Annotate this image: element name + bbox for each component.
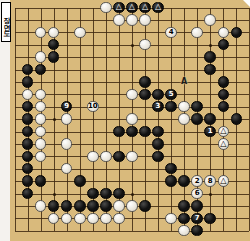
stone-black xyxy=(22,138,34,150)
stone-white xyxy=(113,200,125,212)
stone-black xyxy=(100,200,112,212)
stone-black xyxy=(139,76,151,88)
diagram-label: 장면도 xyxy=(3,12,10,33)
star-point xyxy=(209,44,212,47)
star-point xyxy=(53,193,56,196)
stone-black xyxy=(22,76,34,88)
stone-black xyxy=(218,76,230,88)
stone-black xyxy=(165,175,177,187)
grid-vline xyxy=(171,8,172,231)
stone-white xyxy=(126,200,138,212)
stone-white xyxy=(191,27,203,39)
stone-white xyxy=(100,213,112,225)
stone-white-marked: △ xyxy=(218,138,230,150)
stone-black xyxy=(152,138,164,150)
stone-white xyxy=(178,113,190,125)
stone-black xyxy=(152,151,164,163)
stone-black xyxy=(218,89,230,101)
star-point xyxy=(131,193,134,196)
triangle-mark: △ xyxy=(142,3,148,11)
stone-black xyxy=(113,188,125,200)
stone-black-marked: △ xyxy=(126,2,138,14)
stone-white xyxy=(87,213,99,225)
move-5-stone: 5 xyxy=(165,89,177,101)
triangle-mark: △ xyxy=(129,3,135,11)
stone-black xyxy=(152,89,164,101)
stone-white xyxy=(139,14,151,26)
grid-hline xyxy=(15,144,250,145)
grid-hline xyxy=(15,231,250,232)
stone-white xyxy=(126,14,138,26)
stone-black-marked: △ xyxy=(152,2,164,14)
move-8-stone: 8 xyxy=(204,175,216,187)
stone-white xyxy=(113,213,125,225)
star-point xyxy=(131,44,134,47)
stone-white xyxy=(35,200,47,212)
stone-black xyxy=(139,200,151,212)
stone-black xyxy=(139,126,151,138)
diagram-label-box: 장면도 xyxy=(1,2,11,42)
stone-black xyxy=(74,200,86,212)
grid-vline xyxy=(158,8,159,231)
triangle-mark: △ xyxy=(116,3,122,11)
stone-black xyxy=(113,151,125,163)
stone-black xyxy=(204,213,216,225)
star-point xyxy=(209,193,212,196)
stone-black xyxy=(178,213,190,225)
stone-black xyxy=(100,188,112,200)
stone-black xyxy=(126,126,138,138)
stone-black xyxy=(61,200,73,212)
stone-white xyxy=(100,2,112,14)
stone-white xyxy=(126,89,138,101)
stone-white-marked: △ xyxy=(218,175,230,187)
stone-black xyxy=(87,188,99,200)
grid-hline xyxy=(15,169,250,170)
stone-black xyxy=(74,175,86,187)
stone-black xyxy=(22,175,34,187)
stone-white xyxy=(204,14,216,26)
stone-black-marked: △ xyxy=(139,2,151,14)
stone-white xyxy=(100,151,112,163)
stone-black xyxy=(178,200,190,212)
stone-white xyxy=(113,14,125,26)
stone-white xyxy=(165,213,177,225)
stone-black xyxy=(22,113,34,125)
stone-black xyxy=(113,126,125,138)
stone-black xyxy=(139,89,151,101)
stone-black xyxy=(231,27,243,39)
stone-black xyxy=(87,200,99,212)
stone-white xyxy=(61,138,73,150)
move-7-stone: 7 xyxy=(191,213,203,225)
move-10-stone: 10 xyxy=(87,101,99,113)
star-point xyxy=(53,118,56,121)
go-diagram: 장면도 △△△△4591031△△28△67A xyxy=(0,0,250,241)
move-4-stone: 4 xyxy=(165,27,177,39)
point-label-A: A xyxy=(180,77,188,87)
move-2-stone: 2 xyxy=(191,175,203,187)
stone-black xyxy=(204,113,216,125)
triangle-mark: △ xyxy=(220,139,226,147)
stone-black xyxy=(191,113,203,125)
stone-white xyxy=(74,213,86,225)
move-6-stone: 6 xyxy=(191,188,203,200)
triangle-mark: △ xyxy=(220,177,226,185)
grid-vline xyxy=(249,8,250,231)
triangle-mark: △ xyxy=(155,3,161,11)
stone-black xyxy=(48,200,60,212)
stone-black xyxy=(178,175,190,187)
stone-white xyxy=(74,27,86,39)
stone-white xyxy=(218,27,230,39)
stone-black xyxy=(231,113,243,125)
triangle-mark: △ xyxy=(220,127,226,135)
stone-white xyxy=(87,151,99,163)
stone-white xyxy=(35,138,47,150)
stone-black xyxy=(191,200,203,212)
stone-white xyxy=(126,113,138,125)
stone-white xyxy=(126,151,138,163)
stone-black-marked: △ xyxy=(113,2,125,14)
stone-black xyxy=(152,126,164,138)
stone-black xyxy=(204,51,216,63)
